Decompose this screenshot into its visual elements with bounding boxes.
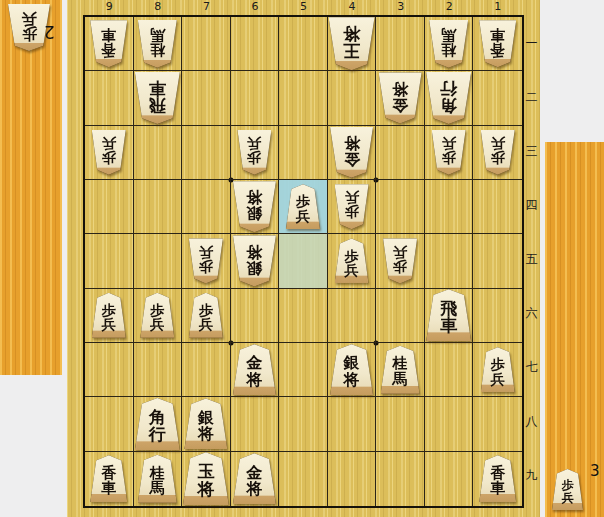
cell-14[interactable]: [473, 180, 522, 234]
board-panel: 987654321 一二三四五六七八九 香車桂馬王将桂馬香車飛車金将角行歩兵歩兵…: [67, 0, 540, 517]
rank-labels: 一二三四五六七八九: [523, 17, 540, 502]
piece-kanji: 王将: [343, 24, 360, 59]
gote-silver[interactable]: 銀将: [233, 235, 276, 286]
sente-silver[interactable]: 銀将: [184, 398, 227, 449]
pawn-piece-face: 歩兵: [383, 238, 417, 283]
gote-king[interactable]: 王将: [329, 17, 375, 70]
pawn-piece-face: 歩兵: [481, 347, 515, 392]
cell-19[interactable]: 香車: [473, 452, 522, 506]
rank-label-4: 四: [523, 179, 540, 233]
piece-kanji: 玉将: [197, 463, 214, 498]
cell-62[interactable]: [231, 71, 280, 125]
pawn-piece-face: 歩兵: [92, 130, 126, 175]
cell-75[interactable]: 歩兵: [182, 234, 231, 288]
pawn-piece-face: 歩兵: [92, 293, 126, 338]
gote-knight[interactable]: 桂馬: [138, 20, 177, 68]
cell-93[interactable]: 歩兵: [85, 126, 134, 180]
piece-kanji: 桂馬: [441, 26, 456, 57]
silver-piece-face: 銀将: [330, 344, 373, 395]
pawn-piece-face: 歩兵: [286, 184, 320, 229]
cell-11[interactable]: 香車: [473, 17, 522, 71]
file-label-3: 3: [376, 0, 425, 14]
file-label-6: 6: [231, 0, 280, 14]
piece-kanji: 歩兵: [199, 245, 213, 274]
cell-83[interactable]: [134, 126, 183, 180]
rank-label-3: 三: [523, 125, 540, 179]
pawn-piece-face: 歩兵: [335, 184, 369, 229]
sente-hand-tray: 歩兵 3: [545, 142, 604, 517]
rook-piece-face: 飛車: [135, 72, 180, 124]
cell-36[interactable]: [376, 289, 425, 343]
sente-pawn[interactable]: 歩兵: [335, 238, 369, 283]
rank-label-2: 二: [523, 71, 540, 125]
piece-kanji: 歩兵: [247, 136, 261, 165]
cell-51[interactable]: [279, 17, 328, 71]
cell-57[interactable]: [279, 343, 328, 397]
file-labels: 987654321: [85, 0, 522, 14]
gold-piece-face: 金将: [379, 72, 422, 123]
cell-64[interactable]: 銀将: [231, 180, 280, 234]
cell-65[interactable]: 銀将: [231, 234, 280, 288]
piece-kanji: 歩兵: [345, 190, 359, 219]
knight-piece-face: 桂馬: [138, 455, 177, 503]
cell-41[interactable]: 王将: [328, 17, 377, 71]
shogi-app: 歩兵 2 987654321 一二三四五六七八九 香車桂馬王将桂馬香車飛車金将角…: [0, 0, 604, 517]
cell-34[interactable]: [376, 180, 425, 234]
cell-67[interactable]: 金将: [231, 343, 280, 397]
piece-kanji: 歩兵: [102, 136, 116, 165]
cell-22[interactable]: 角行: [425, 71, 474, 125]
file-label-5: 5: [279, 0, 328, 14]
cell-56[interactable]: [279, 289, 328, 343]
silver-piece-face: 銀将: [184, 398, 227, 449]
piece-kanji: 歩兵: [442, 136, 456, 165]
cell-47[interactable]: 銀将: [328, 343, 377, 397]
lance-piece-face: 香車: [90, 455, 127, 502]
piece-kanji: 歩兵: [562, 479, 574, 503]
rank-label-1: 一: [523, 17, 540, 71]
cell-59[interactable]: [279, 452, 328, 506]
piece-kanji: 歩兵: [491, 357, 505, 386]
cell-92[interactable]: [85, 71, 134, 125]
gote-lance[interactable]: 香車: [90, 20, 127, 67]
cell-98[interactable]: [85, 397, 134, 451]
cell-89[interactable]: 桂馬: [134, 452, 183, 506]
king-piece-face: 王将: [329, 17, 375, 70]
gote-lance[interactable]: 香車: [479, 20, 516, 67]
cell-97[interactable]: [85, 343, 134, 397]
gote-hand-pawn-count: 2: [44, 22, 55, 42]
cell-21[interactable]: 桂馬: [425, 17, 474, 71]
cell-73[interactable]: [182, 126, 231, 180]
file-label-7: 7: [182, 0, 231, 14]
cell-38[interactable]: [376, 397, 425, 451]
cell-29[interactable]: [425, 452, 474, 506]
king-piece-face: 玉将: [183, 452, 229, 505]
cell-23[interactable]: 歩兵: [425, 126, 474, 180]
cell-95[interactable]: [85, 234, 134, 288]
cell-91[interactable]: 香車: [85, 17, 134, 71]
cell-69[interactable]: 金将: [231, 452, 280, 506]
cell-45[interactable]: 歩兵: [328, 234, 377, 288]
piece-kanji: 角行: [440, 79, 457, 114]
cell-87[interactable]: [134, 343, 183, 397]
gote-pawn[interactable]: 歩兵: [383, 238, 417, 283]
cell-81[interactable]: 桂馬: [134, 17, 183, 71]
bishop-piece-face: 角行: [135, 398, 180, 450]
cell-33[interactable]: [376, 126, 425, 180]
piece-kanji: 歩兵: [22, 10, 37, 41]
cell-96[interactable]: 歩兵: [85, 289, 134, 343]
gold-piece-face: 金将: [330, 127, 373, 178]
silver-piece-face: 銀将: [233, 235, 276, 286]
cell-28[interactable]: [425, 397, 474, 451]
cell-24[interactable]: [425, 180, 474, 234]
cell-17[interactable]: 歩兵: [473, 343, 522, 397]
cell-54[interactable]: 歩兵: [279, 180, 328, 234]
cell-42[interactable]: [328, 71, 377, 125]
piece-kanji: 角行: [149, 409, 166, 444]
gote-gold[interactable]: 金将: [379, 72, 422, 123]
file-label-4: 4: [328, 0, 377, 14]
sente-pawn-in-hand[interactable]: 歩兵: [552, 469, 583, 510]
cell-88[interactable]: 角行: [134, 397, 183, 451]
gote-hand-tray: 歩兵 2: [0, 0, 62, 375]
piece-kanji: 歩兵: [150, 303, 164, 332]
cell-82[interactable]: 飛車: [134, 71, 183, 125]
knight-piece-face: 桂馬: [429, 20, 468, 68]
cell-58[interactable]: [279, 397, 328, 451]
gote-bishop[interactable]: 角行: [426, 72, 471, 124]
bishop-piece-face: 角行: [426, 72, 471, 124]
cell-76[interactable]: 歩兵: [182, 289, 231, 343]
sente-hand-piece-slot[interactable]: 歩兵: [552, 469, 583, 510]
knight-piece-face: 桂馬: [381, 346, 420, 394]
piece-kanji: 銀将: [344, 355, 360, 388]
piece-kanji: 歩兵: [345, 249, 359, 278]
cell-72[interactable]: [182, 71, 231, 125]
cell-68[interactable]: [231, 397, 280, 451]
cell-39[interactable]: [376, 452, 425, 506]
sente-pawn[interactable]: 歩兵: [189, 293, 223, 338]
pawn-piece-face: 歩兵: [552, 469, 583, 510]
pawn-piece-face: 歩兵: [481, 130, 515, 175]
cell-74[interactable]: [182, 180, 231, 234]
gote-rook[interactable]: 飛車: [135, 72, 180, 124]
cell-12[interactable]: [473, 71, 522, 125]
piece-kanji: 香車: [101, 466, 116, 497]
cell-78[interactable]: 銀将: [182, 397, 231, 451]
cell-53[interactable]: [279, 126, 328, 180]
cell-25[interactable]: [425, 234, 474, 288]
gote-pawn[interactable]: 歩兵: [92, 130, 126, 175]
gote-pawn[interactable]: 歩兵: [432, 130, 466, 175]
sente-pawn[interactable]: 歩兵: [286, 184, 320, 229]
silver-piece-face: 銀将: [233, 181, 276, 232]
piece-kanji: 金将: [246, 355, 262, 388]
cell-35[interactable]: 歩兵: [376, 234, 425, 288]
rank-label-7: 七: [523, 340, 540, 394]
pawn-piece-face: 歩兵: [189, 293, 223, 338]
piece-kanji: 歩兵: [102, 303, 116, 332]
sente-silver[interactable]: 銀将: [330, 344, 373, 395]
cell-63[interactable]: 歩兵: [231, 126, 280, 180]
cell-16[interactable]: [473, 289, 522, 343]
file-label-1: 1: [474, 0, 523, 14]
sente-gold[interactable]: 金将: [233, 453, 276, 504]
cell-18[interactable]: [473, 397, 522, 451]
piece-kanji: 桂馬: [393, 356, 408, 387]
cell-46[interactable]: [328, 289, 377, 343]
shogi-board: 香車桂馬王将桂馬香車飛車金将角行歩兵歩兵金将歩兵歩兵銀将歩兵歩兵歩兵銀将歩兵歩兵…: [83, 15, 524, 508]
piece-kanji: 桂馬: [150, 26, 165, 57]
cell-27[interactable]: [425, 343, 474, 397]
piece-kanji: 歩兵: [296, 194, 310, 223]
piece-kanji: 歩兵: [491, 136, 505, 165]
cell-49[interactable]: [328, 452, 377, 506]
cell-26[interactable]: 飛車: [425, 289, 474, 343]
rank-label-8: 八: [523, 394, 540, 448]
lance-piece-face: 香車: [90, 20, 127, 67]
file-label-8: 8: [134, 0, 183, 14]
sente-knight[interactable]: 桂馬: [138, 455, 177, 503]
rook-piece-face: 飛車: [426, 289, 471, 341]
cell-48[interactable]: [328, 397, 377, 451]
piece-kanji: 金将: [392, 80, 408, 113]
cell-52[interactable]: [279, 71, 328, 125]
rank-label-9: 九: [523, 448, 540, 502]
knight-piece-face: 桂馬: [138, 20, 177, 68]
piece-kanji: 歩兵: [199, 303, 213, 332]
sente-lance[interactable]: 香車: [90, 455, 127, 502]
rank-label-6: 六: [523, 286, 540, 340]
piece-kanji: 銀将: [246, 188, 262, 221]
gote-pawn[interactable]: 歩兵: [335, 184, 369, 229]
gote-gold[interactable]: 金将: [330, 127, 373, 178]
sente-pawn[interactable]: 歩兵: [92, 293, 126, 338]
cell-77[interactable]: [182, 343, 231, 397]
cell-99[interactable]: 香車: [85, 452, 134, 506]
cell-37[interactable]: 桂馬: [376, 343, 425, 397]
cell-13[interactable]: 歩兵: [473, 126, 522, 180]
cell-79[interactable]: 玉将: [182, 452, 231, 506]
cell-85[interactable]: [134, 234, 183, 288]
cell-86[interactable]: 歩兵: [134, 289, 183, 343]
piece-kanji: 香車: [490, 466, 505, 497]
cell-94[interactable]: [85, 180, 134, 234]
piece-kanji: 桂馬: [150, 466, 165, 497]
piece-kanji: 飛車: [440, 300, 457, 335]
sente-gold[interactable]: 金将: [233, 344, 276, 395]
piece-kanji: 香車: [490, 26, 505, 57]
piece-kanji: 香車: [101, 26, 116, 57]
cell-32[interactable]: 金将: [376, 71, 425, 125]
sente-pawn[interactable]: 歩兵: [140, 293, 174, 338]
sente-pawn[interactable]: 歩兵: [481, 347, 515, 392]
sente-rook[interactable]: 飛車: [426, 289, 471, 341]
file-label-2: 2: [425, 0, 474, 14]
sente-bishop[interactable]: 角行: [135, 398, 180, 450]
cell-15[interactable]: [473, 234, 522, 288]
sente-hand-pawn-count: 3: [590, 462, 600, 480]
gold-piece-face: 金将: [233, 453, 276, 504]
gold-piece-face: 金将: [233, 344, 276, 395]
pawn-piece-face: 歩兵: [189, 238, 223, 283]
cell-66[interactable]: [231, 289, 280, 343]
sente-king[interactable]: 玉将: [183, 452, 229, 505]
cell-43[interactable]: 金将: [328, 126, 377, 180]
pawn-piece-face: 歩兵: [237, 130, 271, 175]
sente-lance[interactable]: 香車: [479, 455, 516, 502]
rank-label-5: 五: [523, 233, 540, 287]
piece-kanji: 銀将: [246, 243, 262, 276]
cell-31[interactable]: [376, 17, 425, 71]
cell-84[interactable]: [134, 180, 183, 234]
gote-pawn[interactable]: 歩兵: [237, 130, 271, 175]
cell-55[interactable]: [279, 234, 328, 288]
piece-kanji: 銀将: [198, 410, 214, 443]
pawn-piece-face: 歩兵: [335, 238, 369, 283]
piece-kanji: 金将: [344, 134, 360, 167]
gote-pawn[interactable]: 歩兵: [189, 238, 223, 283]
pawn-piece-face: 歩兵: [432, 130, 466, 175]
lance-piece-face: 香車: [479, 20, 516, 67]
pawn-piece-face: 歩兵: [140, 293, 174, 338]
cell-61[interactable]: [231, 17, 280, 71]
cell-71[interactable]: [182, 17, 231, 71]
file-label-9: 9: [85, 0, 134, 14]
gote-pawn[interactable]: 歩兵: [481, 130, 515, 175]
gote-knight[interactable]: 桂馬: [429, 20, 468, 68]
lance-piece-face: 香車: [479, 455, 516, 502]
piece-kanji: 金将: [246, 465, 262, 498]
piece-kanji: 歩兵: [393, 245, 407, 274]
gote-silver[interactable]: 銀将: [233, 181, 276, 232]
cell-44[interactable]: 歩兵: [328, 180, 377, 234]
piece-kanji: 飛車: [149, 79, 166, 114]
sente-knight[interactable]: 桂馬: [381, 346, 420, 394]
